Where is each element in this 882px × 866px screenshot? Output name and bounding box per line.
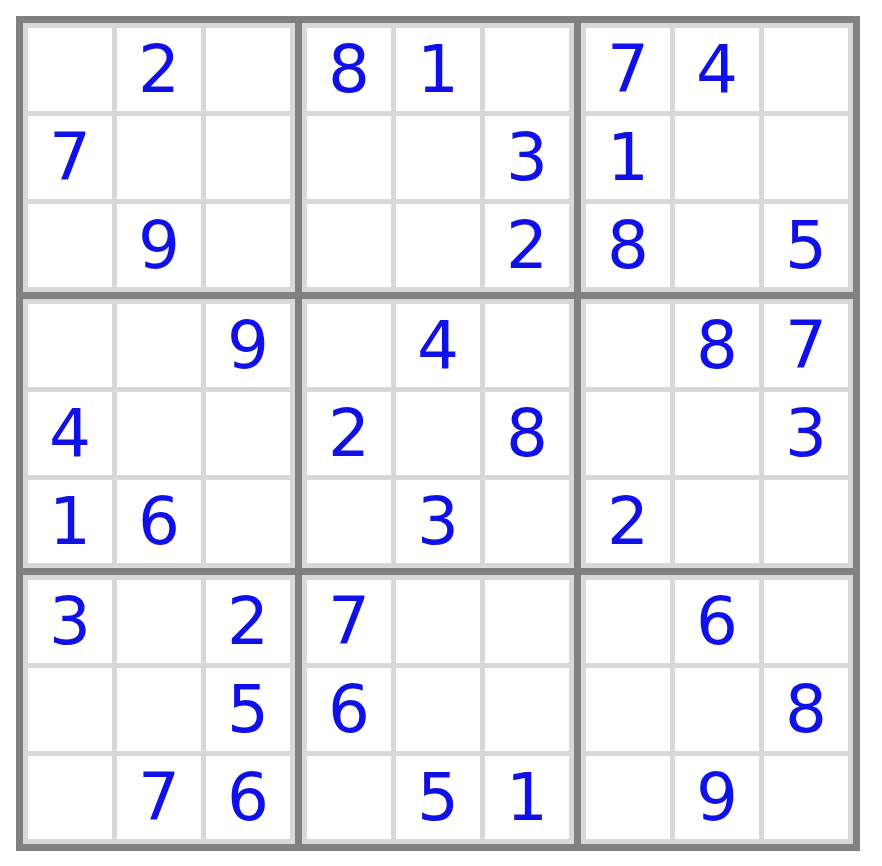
cell-r3c9-given: 5 <box>764 204 848 287</box>
cell-r8c4-given: 6 <box>307 668 391 751</box>
cell-r5c5-empty[interactable] <box>396 392 480 475</box>
cell-r1c2-given: 2 <box>117 28 201 111</box>
cell-r8c9-given: 8 <box>764 668 848 751</box>
cell-r5c8-empty[interactable] <box>675 392 759 475</box>
cell-r9c4-empty[interactable] <box>307 756 391 839</box>
cell-r6c2-given: 6 <box>117 480 201 563</box>
cell-r1c1-empty[interactable] <box>28 28 112 111</box>
cell-r6c8-empty[interactable] <box>675 480 759 563</box>
cell-r8c1-empty[interactable] <box>28 668 112 751</box>
cell-r6c4-empty[interactable] <box>307 480 391 563</box>
cell-r7c9-empty[interactable] <box>764 580 848 663</box>
cell-r3c8-empty[interactable] <box>675 204 759 287</box>
cell-r6c1-given: 1 <box>28 480 112 563</box>
sudoku-page: 279813274185941642838732325767651689 <box>0 0 882 866</box>
cell-r2c8-empty[interactable] <box>675 116 759 199</box>
cell-r1c6-empty[interactable] <box>485 28 569 111</box>
cell-r7c4-given: 7 <box>307 580 391 663</box>
cell-r6c6-empty[interactable] <box>485 480 569 563</box>
cell-r7c6-empty[interactable] <box>485 580 569 663</box>
sudoku-box-r2c2: 4283 <box>302 299 574 568</box>
cell-r5c6-given: 8 <box>485 392 569 475</box>
sudoku-box-r2c3: 8732 <box>581 299 853 568</box>
cell-r1c3-empty[interactable] <box>206 28 290 111</box>
cell-r4c8-given: 8 <box>675 304 759 387</box>
cell-r6c7-given: 2 <box>586 480 670 563</box>
cell-r1c5-given: 1 <box>396 28 480 111</box>
cell-r3c6-given: 2 <box>485 204 569 287</box>
cell-r3c5-empty[interactable] <box>396 204 480 287</box>
cell-r9c6-given: 1 <box>485 756 569 839</box>
cell-r7c5-empty[interactable] <box>396 580 480 663</box>
cell-r9c5-given: 5 <box>396 756 480 839</box>
cell-r8c6-empty[interactable] <box>485 668 569 751</box>
sudoku-board: 279813274185941642838732325767651689 <box>16 16 860 851</box>
cell-r5c2-empty[interactable] <box>117 392 201 475</box>
cell-r6c9-empty[interactable] <box>764 480 848 563</box>
cell-r7c1-given: 3 <box>28 580 112 663</box>
sudoku-box-r3c3: 689 <box>581 575 853 844</box>
cell-r9c3-given: 6 <box>206 756 290 839</box>
cell-r8c2-empty[interactable] <box>117 668 201 751</box>
cell-r2c1-given: 7 <box>28 116 112 199</box>
cell-r4c7-empty[interactable] <box>586 304 670 387</box>
cell-r9c1-empty[interactable] <box>28 756 112 839</box>
cell-r5c1-given: 4 <box>28 392 112 475</box>
cell-r8c7-empty[interactable] <box>586 668 670 751</box>
cell-r9c9-empty[interactable] <box>764 756 848 839</box>
cell-r4c4-empty[interactable] <box>307 304 391 387</box>
cell-r5c3-empty[interactable] <box>206 392 290 475</box>
cell-r2c5-empty[interactable] <box>396 116 480 199</box>
cell-r2c9-empty[interactable] <box>764 116 848 199</box>
cell-r4c6-empty[interactable] <box>485 304 569 387</box>
sudoku-box-r3c1: 32576 <box>23 575 295 844</box>
cell-r5c7-empty[interactable] <box>586 392 670 475</box>
cell-r9c8-given: 9 <box>675 756 759 839</box>
cell-r9c2-given: 7 <box>117 756 201 839</box>
cell-r2c7-given: 1 <box>586 116 670 199</box>
cell-r3c4-empty[interactable] <box>307 204 391 287</box>
cell-r8c8-empty[interactable] <box>675 668 759 751</box>
cell-r5c4-given: 2 <box>307 392 391 475</box>
sudoku-box-r1c2: 8132 <box>302 23 574 292</box>
sudoku-box-r1c1: 279 <box>23 23 295 292</box>
cell-r8c5-empty[interactable] <box>396 668 480 751</box>
cell-r8c3-given: 5 <box>206 668 290 751</box>
cell-r3c1-empty[interactable] <box>28 204 112 287</box>
cell-r3c2-given: 9 <box>117 204 201 287</box>
sudoku-box-r2c1: 9416 <box>23 299 295 568</box>
cell-r1c7-given: 7 <box>586 28 670 111</box>
cell-r7c3-given: 2 <box>206 580 290 663</box>
cell-r7c2-empty[interactable] <box>117 580 201 663</box>
cell-r4c2-empty[interactable] <box>117 304 201 387</box>
cell-r1c8-given: 4 <box>675 28 759 111</box>
sudoku-box-r3c2: 7651 <box>302 575 574 844</box>
cell-r7c7-empty[interactable] <box>586 580 670 663</box>
cell-r2c2-empty[interactable] <box>117 116 201 199</box>
cell-r2c6-given: 3 <box>485 116 569 199</box>
cell-r3c3-empty[interactable] <box>206 204 290 287</box>
cell-r2c3-empty[interactable] <box>206 116 290 199</box>
cell-r4c5-given: 4 <box>396 304 480 387</box>
cell-r7c8-given: 6 <box>675 580 759 663</box>
cell-r1c4-given: 8 <box>307 28 391 111</box>
cell-r2c4-empty[interactable] <box>307 116 391 199</box>
cell-r6c5-given: 3 <box>396 480 480 563</box>
cell-r3c7-given: 8 <box>586 204 670 287</box>
cell-r4c1-empty[interactable] <box>28 304 112 387</box>
cell-r9c7-empty[interactable] <box>586 756 670 839</box>
cell-r4c9-given: 7 <box>764 304 848 387</box>
sudoku-box-r1c3: 74185 <box>581 23 853 292</box>
cell-r4c3-given: 9 <box>206 304 290 387</box>
cell-r5c9-given: 3 <box>764 392 848 475</box>
cell-r6c3-empty[interactable] <box>206 480 290 563</box>
cell-r1c9-empty[interactable] <box>764 28 848 111</box>
